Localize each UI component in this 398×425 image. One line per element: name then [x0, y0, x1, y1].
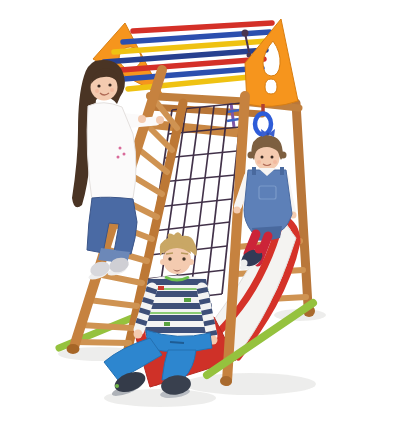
girl1-hand — [156, 116, 164, 124]
girl2-hand — [234, 207, 241, 214]
product-photo — [0, 0, 398, 425]
girl2-overalls — [244, 170, 292, 232]
play-gym-scene — [0, 0, 398, 425]
girl1-hand — [138, 115, 146, 123]
